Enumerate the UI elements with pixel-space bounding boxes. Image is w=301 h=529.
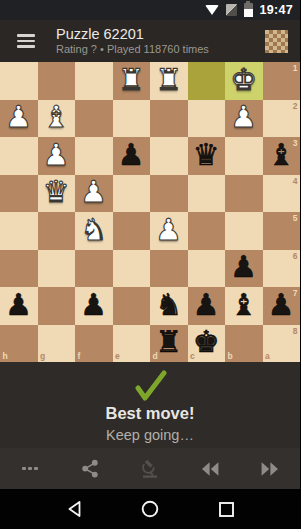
square-c5[interactable]: [188, 212, 226, 250]
square-g1[interactable]: [38, 62, 76, 100]
square-h3[interactable]: [0, 137, 38, 175]
square-h4[interactable]: [0, 175, 38, 213]
square-c2[interactable]: [188, 100, 226, 138]
app-bar-titles: Puzzle 62201 Rating ? • Played 118760 ti…: [56, 26, 209, 57]
square-g5[interactable]: [38, 212, 76, 250]
square-c1[interactable]: [188, 62, 226, 100]
black-bishop: ♝: [268, 140, 295, 170]
square-c8[interactable]: ♚c: [188, 325, 226, 363]
square-d5[interactable]: ♟: [150, 212, 188, 250]
white-pawn: ♟: [155, 215, 182, 245]
chessboard-icon[interactable]: [265, 30, 288, 53]
white-queen: ♛: [43, 177, 70, 207]
square-d7[interactable]: ♞: [150, 287, 188, 325]
square-c6[interactable]: [188, 250, 226, 288]
square-h7[interactable]: ♟: [0, 287, 38, 325]
file-label-f: f: [78, 352, 81, 361]
share-icon: [81, 459, 99, 478]
white-knight: ♞: [80, 215, 107, 245]
rank-label-6: 6: [293, 252, 298, 261]
fast-forward-icon: [260, 461, 280, 477]
square-e2[interactable]: [113, 100, 151, 138]
wifi-icon: [205, 5, 219, 15]
white-bishop: ♝: [43, 102, 70, 132]
square-d3[interactable]: [150, 137, 188, 175]
back-button[interactable]: [36, 489, 112, 529]
square-a6[interactable]: 6: [263, 250, 301, 288]
square-f2[interactable]: [75, 100, 113, 138]
battery-icon: [244, 3, 253, 17]
square-c3[interactable]: ♛: [188, 137, 226, 175]
square-d1[interactable]: ♜: [150, 62, 188, 100]
square-h6[interactable]: [0, 250, 38, 288]
white-rook: ♜: [155, 65, 182, 95]
black-pawn: ♟: [268, 290, 295, 320]
square-f6[interactable]: [75, 250, 113, 288]
square-e4[interactable]: [113, 175, 151, 213]
file-label-d: d: [153, 352, 158, 361]
microscope-icon: [140, 459, 160, 479]
square-b7[interactable]: ♝: [225, 287, 263, 325]
square-b5[interactable]: [225, 212, 263, 250]
square-h1[interactable]: [0, 62, 38, 100]
square-a3[interactable]: ♝3: [263, 137, 301, 175]
app-bar: Puzzle 62201 Rating ? • Played 118760 ti…: [0, 20, 300, 62]
feedback-panel: Best move! Keep going…: [0, 362, 300, 448]
android-nav-bar: [0, 489, 300, 529]
square-a4[interactable]: 4: [263, 175, 301, 213]
square-f8[interactable]: f: [75, 325, 113, 363]
square-b8[interactable]: b: [225, 325, 263, 363]
black-pawn: ♟: [230, 252, 257, 282]
square-e5[interactable]: [113, 212, 151, 250]
square-e3[interactable]: ♟: [113, 137, 151, 175]
square-d4[interactable]: [150, 175, 188, 213]
puzzle-screen: 19:47 Puzzle 62201 Rating ? • Played 118…: [0, 0, 300, 529]
square-d2[interactable]: [150, 100, 188, 138]
file-label-c: c: [190, 352, 195, 361]
white-pawn: ♟: [5, 102, 32, 132]
home-button[interactable]: [112, 489, 188, 529]
rank-label-7: 7: [293, 289, 298, 298]
square-b3[interactable]: [225, 137, 263, 175]
square-c7[interactable]: ♟: [188, 287, 226, 325]
square-f4[interactable]: ♟: [75, 175, 113, 213]
black-king: ♚: [193, 327, 220, 357]
white-king: ♚: [230, 65, 257, 95]
square-b4[interactable]: [225, 175, 263, 213]
square-d6[interactable]: [150, 250, 188, 288]
square-f7[interactable]: ♟: [75, 287, 113, 325]
square-g4[interactable]: ♛: [38, 175, 76, 213]
black-queen: ♛: [193, 140, 220, 170]
square-g2[interactable]: ♝: [38, 100, 76, 138]
square-d8[interactable]: ♜d: [150, 325, 188, 363]
square-a7[interactable]: ♟7: [263, 287, 301, 325]
ellipsis-icon: [22, 467, 38, 471]
square-b6[interactable]: ♟: [225, 250, 263, 288]
square-a5[interactable]: 5: [263, 212, 301, 250]
square-g6[interactable]: [38, 250, 76, 288]
file-label-e: e: [115, 352, 120, 361]
square-g7[interactable]: [38, 287, 76, 325]
rank-label-1: 1: [293, 64, 298, 73]
recents-square-icon: [218, 501, 235, 518]
square-a2[interactable]: 2: [263, 100, 301, 138]
square-e8[interactable]: e: [113, 325, 151, 363]
feedback-title: Best move!: [106, 404, 195, 423]
chess-board[interactable]: ♜♜♚1♟♝♟2♟♟♛♝3♛♟4♞♟5♟6♟♟♞♟♝♟7hgfe♜d♚cb8a: [0, 62, 300, 362]
black-pawn: ♟: [118, 140, 145, 170]
square-f5[interactable]: ♞: [75, 212, 113, 250]
file-label-h: h: [3, 352, 8, 361]
file-label-b: b: [228, 352, 233, 361]
square-h8[interactable]: h: [0, 325, 38, 363]
square-a8[interactable]: 8a: [263, 325, 301, 363]
square-a1[interactable]: 1: [263, 62, 301, 100]
analysis-button[interactable]: [120, 448, 180, 489]
rank-label-4: 4: [293, 177, 298, 186]
black-bishop: ♝: [230, 290, 257, 320]
white-pawn: ♟: [80, 177, 107, 207]
square-e1[interactable]: ♜: [113, 62, 151, 100]
square-g8[interactable]: g: [38, 325, 76, 363]
home-circle-icon: [141, 500, 159, 518]
square-b1[interactable]: ♚: [225, 62, 263, 100]
bottom-toolbar: [0, 448, 300, 489]
square-e6[interactable]: [113, 250, 151, 288]
square-h2[interactable]: ♟: [0, 100, 38, 138]
white-pawn: ♟: [43, 140, 70, 170]
hamburger-menu-icon[interactable]: [17, 34, 35, 48]
black-rook: ♜: [155, 327, 182, 357]
green-checkmark-icon: [131, 370, 169, 402]
file-label-a: a: [265, 352, 270, 361]
square-c4[interactable]: [188, 175, 226, 213]
file-label-g: g: [40, 352, 45, 361]
square-h5[interactable]: [0, 212, 38, 250]
black-pawn: ♟: [80, 290, 107, 320]
white-pawn: ♟: [230, 102, 257, 132]
rank-label-2: 2: [293, 102, 298, 111]
rank-label-8: 8: [293, 327, 298, 336]
rewind-button[interactable]: [180, 448, 240, 489]
page-title: Puzzle 62201: [56, 26, 209, 43]
status-bar: 19:47: [0, 0, 300, 20]
feedback-subtitle: Keep going…: [106, 427, 194, 443]
square-f1[interactable]: [75, 62, 113, 100]
forward-button[interactable]: [240, 448, 300, 489]
page-subtitle: Rating ? • Played 118760 times: [56, 43, 209, 56]
fast-rewind-icon: [200, 461, 220, 477]
square-g3[interactable]: ♟: [38, 137, 76, 175]
square-f3[interactable]: [75, 137, 113, 175]
black-knight: ♞: [155, 290, 182, 320]
more-options-button[interactable]: [0, 448, 60, 489]
rank-label-5: 5: [293, 214, 298, 223]
status-time: 19:47: [260, 3, 293, 17]
square-b2[interactable]: ♟: [225, 100, 263, 138]
white-rook: ♜: [118, 65, 145, 95]
square-e7[interactable]: [113, 287, 151, 325]
black-pawn: ♟: [5, 290, 32, 320]
recents-button[interactable]: [188, 489, 264, 529]
no-signal-icon: [226, 4, 237, 16]
share-button[interactable]: [60, 448, 120, 489]
rank-label-3: 3: [293, 139, 298, 148]
back-triangle-icon: [66, 500, 83, 518]
black-pawn: ♟: [193, 290, 220, 320]
